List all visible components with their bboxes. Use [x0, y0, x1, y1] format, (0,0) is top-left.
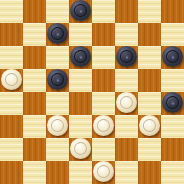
piece-inner-ring: [51, 119, 64, 132]
square-e3[interactable]: [92, 115, 115, 138]
square-d5[interactable]: [69, 69, 92, 92]
square-e2[interactable]: [92, 138, 115, 161]
square-e1[interactable]: [92, 161, 115, 184]
square-c3[interactable]: [46, 115, 69, 138]
square-e5[interactable]: [92, 69, 115, 92]
square-a2[interactable]: [0, 138, 23, 161]
square-g5[interactable]: [138, 69, 161, 92]
square-d2[interactable]: [69, 138, 92, 161]
square-a6[interactable]: [0, 46, 23, 69]
square-e8[interactable]: [92, 0, 115, 23]
square-h4[interactable]: [161, 92, 184, 115]
square-b7[interactable]: [23, 23, 46, 46]
square-h5[interactable]: [161, 69, 184, 92]
piece-inner-ring: [51, 73, 64, 86]
square-f8[interactable]: [115, 0, 138, 23]
square-b3[interactable]: [23, 115, 46, 138]
board: [0, 0, 184, 184]
piece-inner-ring: [5, 73, 18, 86]
piece-inner-ring: [51, 27, 64, 40]
square-a4[interactable]: [0, 92, 23, 115]
square-e7[interactable]: [92, 23, 115, 46]
square-f5[interactable]: [115, 69, 138, 92]
square-f3[interactable]: [115, 115, 138, 138]
square-b5[interactable]: [23, 69, 46, 92]
black-man[interactable]: [47, 69, 68, 90]
square-g6[interactable]: [138, 46, 161, 69]
square-c8[interactable]: [46, 0, 69, 23]
square-h2[interactable]: [161, 138, 184, 161]
square-b2[interactable]: [23, 138, 46, 161]
square-c4[interactable]: [46, 92, 69, 115]
square-h1[interactable]: [161, 161, 184, 184]
piece-inner-ring: [120, 96, 133, 109]
square-g7[interactable]: [138, 23, 161, 46]
square-a5[interactable]: [0, 69, 23, 92]
square-c2[interactable]: [46, 138, 69, 161]
square-b6[interactable]: [23, 46, 46, 69]
square-f2[interactable]: [115, 138, 138, 161]
square-g2[interactable]: [138, 138, 161, 161]
square-d3[interactable]: [69, 115, 92, 138]
square-b4[interactable]: [23, 92, 46, 115]
white-man[interactable]: [47, 115, 68, 136]
square-d7[interactable]: [69, 23, 92, 46]
black-man[interactable]: [116, 46, 137, 67]
square-h8[interactable]: [161, 0, 184, 23]
square-a8[interactable]: [0, 0, 23, 23]
square-f6[interactable]: [115, 46, 138, 69]
black-man[interactable]: [47, 23, 68, 44]
white-man[interactable]: [139, 115, 160, 136]
piece-inner-ring: [143, 119, 156, 132]
square-h6[interactable]: [161, 46, 184, 69]
square-b8[interactable]: [23, 0, 46, 23]
piece-inner-ring: [166, 50, 179, 63]
black-man[interactable]: [70, 0, 91, 21]
white-man[interactable]: [70, 138, 91, 159]
square-a3[interactable]: [0, 115, 23, 138]
piece-inner-ring: [74, 50, 87, 63]
checkers-app: [0, 0, 184, 184]
square-d8[interactable]: [69, 0, 92, 23]
square-g4[interactable]: [138, 92, 161, 115]
square-e6[interactable]: [92, 46, 115, 69]
piece-inner-ring: [166, 96, 179, 109]
square-a1[interactable]: [0, 161, 23, 184]
square-c5[interactable]: [46, 69, 69, 92]
square-c1[interactable]: [46, 161, 69, 184]
piece-inner-ring: [97, 165, 110, 178]
piece-inner-ring: [120, 50, 133, 63]
square-c7[interactable]: [46, 23, 69, 46]
square-f1[interactable]: [115, 161, 138, 184]
square-a7[interactable]: [0, 23, 23, 46]
piece-inner-ring: [74, 4, 87, 17]
square-c6[interactable]: [46, 46, 69, 69]
piece-inner-ring: [97, 119, 110, 132]
square-f7[interactable]: [115, 23, 138, 46]
white-man[interactable]: [93, 115, 114, 136]
square-g8[interactable]: [138, 0, 161, 23]
square-g3[interactable]: [138, 115, 161, 138]
square-d4[interactable]: [69, 92, 92, 115]
square-g1[interactable]: [138, 161, 161, 184]
white-man[interactable]: [93, 161, 114, 182]
black-man[interactable]: [162, 92, 183, 113]
square-e4[interactable]: [92, 92, 115, 115]
square-d6[interactable]: [69, 46, 92, 69]
white-man[interactable]: [116, 92, 137, 113]
black-man[interactable]: [70, 46, 91, 67]
square-h7[interactable]: [161, 23, 184, 46]
square-b1[interactable]: [23, 161, 46, 184]
square-h3[interactable]: [161, 115, 184, 138]
piece-inner-ring: [74, 142, 87, 155]
square-d1[interactable]: [69, 161, 92, 184]
black-man[interactable]: [162, 46, 183, 67]
white-man[interactable]: [1, 69, 22, 90]
square-f4[interactable]: [115, 92, 138, 115]
